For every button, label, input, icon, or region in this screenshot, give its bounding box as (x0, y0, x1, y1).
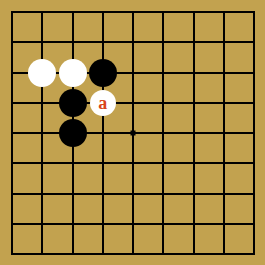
black-stone[interactable] (59, 119, 87, 147)
black-stone[interactable] (59, 89, 87, 117)
go-board-diagram: a (0, 0, 265, 265)
grid-line-horizontal (11, 193, 255, 195)
go-board[interactable]: a (0, 0, 265, 265)
grid-line-horizontal (11, 162, 255, 164)
white-stone[interactable] (59, 59, 87, 87)
grid-line-vertical (253, 11, 255, 255)
grid-line-vertical (223, 11, 225, 255)
grid-line-vertical (162, 11, 164, 255)
white-stone[interactable] (28, 59, 56, 87)
black-stone[interactable] (89, 59, 117, 87)
point-label-a[interactable]: a (90, 90, 116, 116)
grid-line-vertical (193, 11, 195, 255)
grid-line-horizontal (11, 223, 255, 225)
grid-line-horizontal (11, 253, 255, 255)
star-point (131, 131, 136, 136)
